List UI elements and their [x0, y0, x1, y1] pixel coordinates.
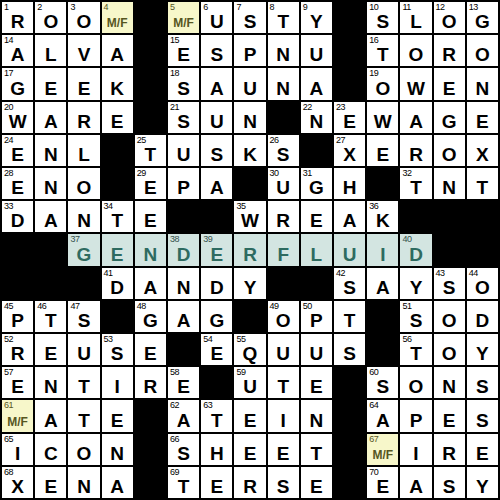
black-cell [135, 400, 166, 431]
grid-cell-r13c8[interactable]: E [234, 400, 265, 431]
grid-cell-r8c13[interactable]: 40D [400, 234, 431, 265]
grid-cell-r10c15[interactable]: D [467, 301, 498, 332]
grid-cell-r1c13[interactable]: 11L [400, 2, 431, 33]
cell-letter: F [268, 245, 299, 265]
grid-cell-r2c12[interactable]: 16T [367, 35, 398, 66]
grid-cell-r9c8[interactable]: Y [234, 268, 265, 299]
cell-letter: U [234, 79, 265, 99]
grid-cell-r5c2[interactable]: N [35, 135, 66, 166]
cell-letter: A [168, 311, 199, 331]
grid-cell-r13c13[interactable]: P [400, 400, 431, 431]
cell-letter: A [334, 211, 365, 231]
grid-cell-r7c2[interactable]: A [35, 201, 66, 232]
grid-cell-r12c10[interactable]: E [301, 367, 332, 398]
grid-cell-r9c14[interactable]: 43S [434, 268, 465, 299]
cell-letter: I [400, 444, 431, 464]
grid-cell-r3c4[interactable]: K [102, 68, 133, 99]
grid-cell-r12c3[interactable]: T [68, 367, 99, 398]
grid-cell-r10c3[interactable]: 47S [68, 301, 99, 332]
cell-letter: D [102, 278, 133, 298]
cell-letter: E [301, 377, 332, 397]
black-cell [400, 201, 431, 232]
cell-letter: E [467, 112, 498, 132]
grid-cell-r12c4[interactable]: I [102, 367, 133, 398]
grid-cell-r10c13[interactable]: 51S [400, 301, 431, 332]
grid-cell-r15c4[interactable]: A [102, 467, 133, 498]
grid-cell-r5c3[interactable]: L [68, 135, 99, 166]
grid-cell-r7c5[interactable]: E [135, 201, 166, 232]
grid-cell-r15c8[interactable]: R [234, 467, 265, 498]
grid-cell-r1c7[interactable]: 6U [201, 2, 232, 33]
grid-cell-r5c12[interactable]: E [367, 135, 398, 166]
grid-cell-r11c11[interactable]: S [334, 334, 365, 365]
grid-cell-r2c13[interactable]: O [400, 35, 431, 66]
cell-letter: Y [467, 344, 498, 364]
grid-cell-r15c13[interactable]: A [400, 467, 431, 498]
grid-cell-r9c11[interactable]: 42S [334, 268, 365, 299]
black-cell [201, 201, 232, 232]
grid-cell-r13c2[interactable]: A [35, 400, 66, 431]
grid-cell-r6c15[interactable]: T [467, 168, 498, 199]
grid-cell-r7c3[interactable]: N [68, 201, 99, 232]
grid-cell-r15c1[interactable]: 68X [2, 467, 33, 498]
cell-letter: U [234, 377, 265, 397]
cell-letter: A [2, 45, 33, 65]
grid-cell-r12c13[interactable]: O [400, 367, 431, 398]
black-cell [334, 2, 365, 33]
clue-number: 4 [104, 2, 109, 13]
grid-cell-r13c4[interactable]: E [102, 400, 133, 431]
grid-cell-r15c10[interactable]: E [301, 467, 332, 498]
grid-cell-r7c4[interactable]: 34T [102, 201, 133, 232]
grid-cell-r12c15[interactable]: S [467, 367, 498, 398]
grid-cell-r10c1[interactable]: 45P [2, 301, 33, 332]
grid-cell-r11c15[interactable]: Y [467, 334, 498, 365]
black-cell [135, 467, 166, 498]
black-cell [434, 201, 465, 232]
grid-cell-r14c13[interactable]: I [400, 434, 431, 465]
cell-letter: S [68, 311, 99, 331]
grid-cell-r2c3[interactable]: V [68, 35, 99, 66]
cell-letter: E [434, 411, 465, 431]
grid-cell-r14c14[interactable]: R [434, 434, 465, 465]
grid-cell-r8c4[interactable]: E [102, 234, 133, 265]
grid-cell-r1c4[interactable]: 4M/F [102, 2, 133, 33]
cell-letter: T [334, 311, 365, 331]
black-cell [168, 334, 199, 365]
grid-cell-r6c1[interactable]: 28E [2, 168, 33, 199]
grid-cell-r10c11[interactable]: T [334, 301, 365, 332]
grid-cell-r3c15[interactable]: N [467, 68, 498, 99]
cell-letter: S [102, 344, 133, 364]
cell-letter: E [102, 245, 133, 265]
grid-cell-r10c5[interactable]: 48G [135, 301, 166, 332]
cell-letter: E [35, 477, 66, 497]
grid-cell-r2c6[interactable]: 15E [168, 35, 199, 66]
grid-cell-r2c10[interactable]: U [301, 35, 332, 66]
grid-cell-r11c1[interactable]: 52R [2, 334, 33, 365]
grid-cell-r2c14[interactable]: R [434, 35, 465, 66]
cell-letter: N [268, 79, 299, 99]
grid-cell-r9c5[interactable]: A [135, 268, 166, 299]
cell-letter: C [35, 444, 66, 464]
grid-cell-r3c12[interactable]: 19O [367, 68, 398, 99]
grid-cell-r11c8[interactable]: 55Q [234, 334, 265, 365]
grid-cell-r7c1[interactable]: 33D [2, 201, 33, 232]
grid-cell-r11c2[interactable]: E [35, 334, 66, 365]
cell-letter: T [68, 377, 99, 397]
cell-letter: U [201, 112, 232, 132]
black-cell [301, 135, 332, 166]
cell-letter: U [301, 344, 332, 364]
grid-cell-r15c3[interactable]: N [68, 467, 99, 498]
cell-letter: E [135, 344, 166, 364]
grid-cell-r13c6[interactable]: 62A [168, 400, 199, 431]
grid-cell-r10c10[interactable]: 50P [301, 301, 332, 332]
cell-letter: P [400, 411, 431, 431]
grid-cell-r11c3[interactable]: U [68, 334, 99, 365]
grid-cell-r4c8[interactable]: N [234, 102, 265, 133]
grid-cell-r1c14[interactable]: 12O [434, 2, 465, 33]
grid-cell-r6c9[interactable]: 30U [268, 168, 299, 199]
grid-cell-r12c2[interactable]: N [35, 367, 66, 398]
cell-letter: P [2, 311, 33, 331]
grid-cell-r6c14[interactable]: N [434, 168, 465, 199]
clue-number: 67 [369, 434, 378, 445]
cell-letter: S [400, 311, 431, 331]
cell-letter: N [434, 178, 465, 198]
grid-cell-r3c10[interactable]: A [301, 68, 332, 99]
grid-cell-r12c14[interactable]: N [434, 367, 465, 398]
cell-letter: E [367, 145, 398, 165]
grid-cell-r2c15[interactable]: O [467, 35, 498, 66]
grid-cell-r3c14[interactable]: E [434, 68, 465, 99]
grid-cell-r8c12[interactable]: I [367, 234, 398, 265]
cell-letter: O [434, 145, 465, 165]
cell-letter: S [168, 79, 199, 99]
grid-cell-r15c12[interactable]: 70E [367, 467, 398, 498]
cell-letter: Y [400, 278, 431, 298]
grid-cell-r3c7[interactable]: A [201, 68, 232, 99]
grid-cell-r11c14[interactable]: O [434, 334, 465, 365]
cell-letter: A [102, 45, 133, 65]
grid-cell-r12c6[interactable]: 58E [168, 367, 199, 398]
cell-letter: E [102, 411, 133, 431]
grid-cell-r14c3[interactable]: O [68, 434, 99, 465]
grid-cell-r6c13[interactable]: 32T [400, 168, 431, 199]
cell-letter: S [367, 377, 398, 397]
grid-cell-r14c4[interactable]: N [102, 434, 133, 465]
cell-letter: S [467, 377, 498, 397]
grid-cell-r12c5[interactable]: R [135, 367, 166, 398]
grid-cell-r1c9[interactable]: 8T [268, 2, 299, 33]
grid-cell-r9c13[interactable]: Y [400, 268, 431, 299]
cell-letter: M/F [2, 415, 33, 430]
cell-letter: E [334, 112, 365, 132]
grid-cell-r14c2[interactable]: C [35, 434, 66, 465]
grid-cell-r6c10[interactable]: 31G [301, 168, 332, 199]
grid-cell-r2c4[interactable]: A [102, 35, 133, 66]
cell-letter: W [234, 211, 265, 231]
grid-cell-r1c10[interactable]: 9Y [301, 2, 332, 33]
cell-letter: O [434, 344, 465, 364]
cell-letter: A [201, 79, 232, 99]
cell-letter: O [35, 12, 66, 32]
grid-cell-r9c6[interactable]: N [168, 268, 199, 299]
cell-letter: A [201, 178, 232, 198]
cell-letter: E [35, 344, 66, 364]
grid-cell-r2c7[interactable]: S [201, 35, 232, 66]
cell-letter: S [201, 45, 232, 65]
grid-cell-r1c1[interactable]: 1R [2, 2, 33, 33]
cell-letter: P [234, 45, 265, 65]
grid-cell-r12c9[interactable]: T [268, 367, 299, 398]
grid-cell-r13c1[interactable]: 61M/F [2, 400, 33, 431]
grid-cell-r11c5[interactable]: E [135, 334, 166, 365]
grid-cell-r4c10[interactable]: 22N [301, 102, 332, 133]
grid-cell-r9c4[interactable]: 41D [102, 268, 133, 299]
grid-cell-r15c6[interactable]: 69T [168, 467, 199, 498]
grid-cell-r11c9[interactable]: U [268, 334, 299, 365]
grid-cell-r4c2[interactable]: A [35, 102, 66, 133]
cell-letter: O [68, 12, 99, 32]
grid-cell-r15c7[interactable]: E [201, 467, 232, 498]
grid-cell-r3c9[interactable]: N [268, 68, 299, 99]
grid-cell-r4c3[interactable]: R [68, 102, 99, 133]
grid-cell-r1c8[interactable]: 7S [234, 2, 265, 33]
cell-letter: U [301, 45, 332, 65]
black-cell [234, 301, 265, 332]
cell-letter: A [301, 79, 332, 99]
grid-cell-r5c13[interactable]: R [400, 135, 431, 166]
cell-letter: E [201, 477, 232, 497]
cell-letter: G [201, 311, 232, 331]
cell-letter: T [201, 411, 232, 431]
grid-cell-r8c8[interactable]: R [234, 234, 265, 265]
black-cell [168, 201, 199, 232]
grid-cell-r7c9[interactable]: R [268, 201, 299, 232]
grid-cell-r4c1[interactable]: 20W [2, 102, 33, 133]
grid-cell-r9c7[interactable]: D [201, 268, 232, 299]
grid-cell-r14c8[interactable]: E [234, 434, 265, 465]
cell-letter: T [400, 178, 431, 198]
grid-cell-r10c9[interactable]: 49O [268, 301, 299, 332]
black-cell [467, 201, 498, 232]
grid-cell-r5c5[interactable]: 25T [135, 135, 166, 166]
grid-cell-r11c4[interactable]: 53S [102, 334, 133, 365]
cell-letter: E [367, 477, 398, 497]
grid-cell-r4c15[interactable]: E [467, 102, 498, 133]
grid-cell-r3c6[interactable]: 18S [168, 68, 199, 99]
grid-cell-r15c9[interactable]: S [268, 467, 299, 498]
grid-cell-r1c2[interactable]: 2O [35, 2, 66, 33]
cell-letter: S [434, 278, 465, 298]
grid-cell-r14c7[interactable]: H [201, 434, 232, 465]
cell-letter: S [334, 344, 365, 364]
grid-cell-r13c9[interactable]: I [268, 400, 299, 431]
black-cell [201, 367, 232, 398]
grid-cell-r1c6[interactable]: 5M/F [168, 2, 199, 33]
grid-cell-r3c3[interactable]: E [68, 68, 99, 99]
grid-cell-r14c12[interactable]: 67M/F [367, 434, 398, 465]
grid-cell-r6c3[interactable]: O [68, 168, 99, 199]
grid-cell-r3c13[interactable]: W [400, 68, 431, 99]
grid-cell-r8c11[interactable]: U [334, 234, 365, 265]
grid-cell-r1c12[interactable]: 10S [367, 2, 398, 33]
cell-letter: P [168, 178, 199, 198]
grid-cell-r13c12[interactable]: 64A [367, 400, 398, 431]
grid-cell-r6c7[interactable]: A [201, 168, 232, 199]
grid-cell-r12c1[interactable]: 57E [2, 367, 33, 398]
grid-cell-r12c12[interactable]: 60S [367, 367, 398, 398]
cell-letter: R [434, 444, 465, 464]
grid-cell-r3c2[interactable]: E [35, 68, 66, 99]
cell-letter: N [234, 112, 265, 132]
cell-letter: E [135, 178, 166, 198]
grid-cell-r4c7[interactable]: U [201, 102, 232, 133]
cell-letter: A [135, 278, 166, 298]
grid-cell-r10c2[interactable]: 46T [35, 301, 66, 332]
grid-cell-r7c10[interactable]: E [301, 201, 332, 232]
cell-letter: G [68, 245, 99, 265]
grid-cell-r9c15[interactable]: 44O [467, 268, 498, 299]
grid-cell-r2c9[interactable]: N [268, 35, 299, 66]
black-cell [334, 68, 365, 99]
grid-cell-r13c7[interactable]: 63T [201, 400, 232, 431]
grid-cell-r11c10[interactable]: U [301, 334, 332, 365]
grid-cell-r5c14[interactable]: O [434, 135, 465, 166]
grid-cell-r8c10[interactable]: L [301, 234, 332, 265]
grid-cell-r5c7[interactable]: S [201, 135, 232, 166]
grid-cell-r4c11[interactable]: 23E [334, 102, 365, 133]
grid-cell-r4c12[interactable]: W [367, 102, 398, 133]
cell-letter: T [268, 377, 299, 397]
grid-cell-r8c9[interactable]: F [268, 234, 299, 265]
cell-letter: I [2, 444, 33, 464]
grid-cell-r6c2[interactable]: N [35, 168, 66, 199]
grid-cell-r5c1[interactable]: 24E [2, 135, 33, 166]
grid-cell-r8c3[interactable]: 37G [68, 234, 99, 265]
grid-cell-r15c2[interactable]: E [35, 467, 66, 498]
grid-cell-r7c12[interactable]: 36K [367, 201, 398, 232]
grid-cell-r13c10[interactable]: N [301, 400, 332, 431]
grid-cell-r13c14[interactable]: E [434, 400, 465, 431]
black-cell [334, 434, 365, 465]
cell-letter: A [400, 112, 431, 132]
cell-letter: U [201, 12, 232, 32]
grid-cell-r13c15[interactable]: S [467, 400, 498, 431]
grid-cell-r14c6[interactable]: 66S [168, 434, 199, 465]
grid-cell-r14c10[interactable]: T [301, 434, 332, 465]
grid-cell-r1c3[interactable]: 3O [68, 2, 99, 33]
grid-cell-r2c8[interactable]: P [234, 35, 265, 66]
grid-cell-r3c8[interactable]: U [234, 68, 265, 99]
black-cell [301, 268, 332, 299]
grid-cell-r8c7[interactable]: 39E [201, 234, 232, 265]
grid-cell-r13c3[interactable]: T [68, 400, 99, 431]
grid-cell-r6c11[interactable]: H [334, 168, 365, 199]
cell-letter: N [301, 411, 332, 431]
cell-letter: M/F [102, 16, 133, 31]
cell-letter: K [234, 145, 265, 165]
cell-letter: U [268, 178, 299, 198]
cell-letter: A [35, 112, 66, 132]
grid-cell-r5c8[interactable]: K [234, 135, 265, 166]
black-cell [367, 301, 398, 332]
cell-letter: R [268, 211, 299, 231]
cell-letter: A [168, 411, 199, 431]
cell-letter: S [467, 411, 498, 431]
cell-letter: E [2, 178, 33, 198]
grid-cell-r14c15[interactable]: E [467, 434, 498, 465]
grid-cell-r15c15[interactable]: Y [467, 467, 498, 498]
black-cell [35, 268, 66, 299]
grid-cell-r10c6[interactable]: A [168, 301, 199, 332]
grid-cell-r10c7[interactable]: G [201, 301, 232, 332]
black-cell [102, 135, 133, 166]
grid-cell-r15c14[interactable]: S [434, 467, 465, 498]
grid-cell-r11c13[interactable]: 56T [400, 334, 431, 365]
cell-letter: R [234, 477, 265, 497]
grid-cell-r10c14[interactable]: O [434, 301, 465, 332]
cell-letter: D [467, 311, 498, 331]
grid-cell-r14c9[interactable]: E [268, 434, 299, 465]
grid-cell-r6c5[interactable]: 29E [135, 168, 166, 199]
cell-letter: S [334, 278, 365, 298]
cell-letter: L [68, 145, 99, 165]
grid-cell-r4c13[interactable]: A [400, 102, 431, 133]
cell-letter: O [68, 178, 99, 198]
cell-letter: E [35, 79, 66, 99]
crossword-grid: 1R2O3O4M/F5M/F6U7S8T9Y10S11L12O13G14ALVA… [0, 0, 500, 500]
grid-cell-r8c6[interactable]: 38D [168, 234, 199, 265]
grid-cell-r4c6[interactable]: 21S [168, 102, 199, 133]
grid-cell-r8c5[interactable]: N [135, 234, 166, 265]
cell-letter: N [467, 79, 498, 99]
grid-cell-r1c15[interactable]: 13G [467, 2, 498, 33]
grid-cell-r5c15[interactable]: X [467, 135, 498, 166]
grid-cell-r7c8[interactable]: 35W [234, 201, 265, 232]
grid-cell-r11c7[interactable]: 54E [201, 334, 232, 365]
grid-cell-r7c11[interactable]: A [334, 201, 365, 232]
grid-cell-r14c1[interactable]: 65I [2, 434, 33, 465]
grid-cell-r6c6[interactable]: P [168, 168, 199, 199]
cell-letter: I [367, 245, 398, 265]
grid-cell-r5c9[interactable]: 26S [268, 135, 299, 166]
grid-cell-r2c2[interactable]: L [35, 35, 66, 66]
black-cell [135, 2, 166, 33]
grid-cell-r4c14[interactable]: G [434, 102, 465, 133]
grid-cell-r4c4[interactable]: E [102, 102, 133, 133]
cell-letter: U [334, 245, 365, 265]
cell-letter: H [334, 178, 365, 198]
grid-cell-r5c6[interactable]: U [168, 135, 199, 166]
black-cell [68, 268, 99, 299]
cell-letter: G [434, 112, 465, 132]
cell-letter: W [400, 79, 431, 99]
grid-cell-r12c8[interactable]: 59U [234, 367, 265, 398]
grid-cell-r3c1[interactable]: 17G [2, 68, 33, 99]
black-cell [268, 268, 299, 299]
cell-letter: D [168, 245, 199, 265]
grid-cell-r9c12[interactable]: A [367, 268, 398, 299]
cell-letter: E [467, 444, 498, 464]
cell-letter: R [400, 145, 431, 165]
cell-letter: D [400, 245, 431, 265]
grid-cell-r5c11[interactable]: 27X [334, 135, 365, 166]
cell-letter: O [434, 311, 465, 331]
grid-cell-r2c1[interactable]: 14A [2, 35, 33, 66]
